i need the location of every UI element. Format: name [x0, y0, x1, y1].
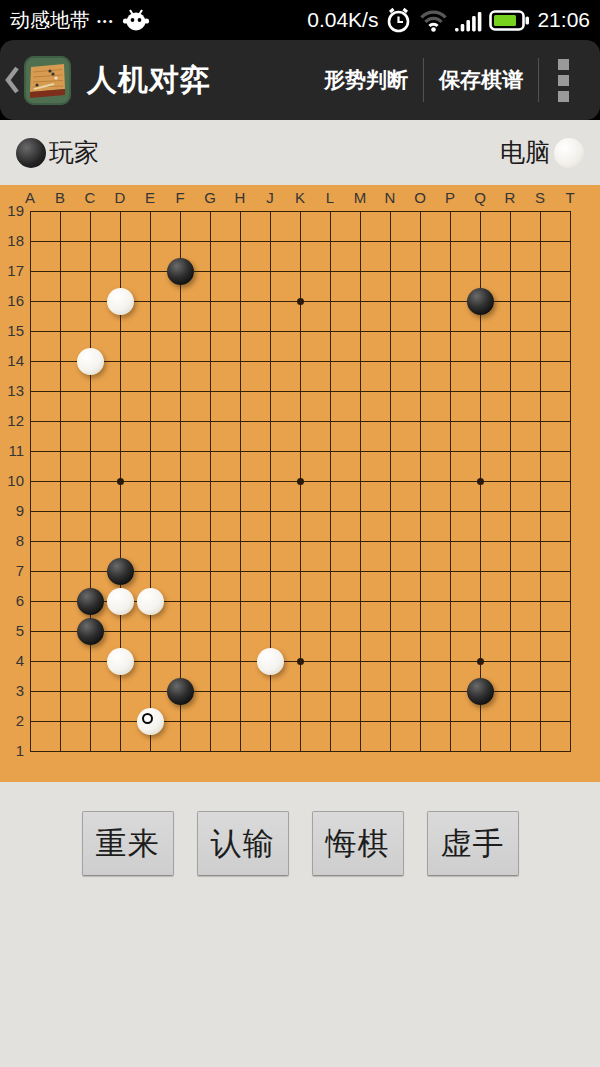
board-column-label: S: [530, 189, 550, 206]
white-stone-c14: [77, 348, 104, 375]
page-title: 人机对弈: [87, 60, 211, 101]
board-column-label: M: [350, 189, 370, 206]
board-row-label: 19: [0, 202, 24, 219]
grid-line-vertical: [510, 211, 511, 752]
control-buttons: 重来 认输 悔棋 虚手: [0, 811, 600, 876]
grid-line-vertical: [540, 211, 541, 752]
board-row-label: 8: [0, 532, 24, 549]
action-bar-backdrop: 人机对弈 形势判断 保存棋谱: [0, 40, 600, 120]
carrier-name: 动感地带: [10, 7, 90, 34]
board-column-label: H: [230, 189, 250, 206]
board-column-label: C: [80, 189, 100, 206]
pass-button[interactable]: 虚手: [427, 811, 519, 876]
back-button[interactable]: [4, 65, 20, 95]
grid-line-horizontal: [30, 721, 571, 722]
undo-button[interactable]: 悔棋: [312, 811, 404, 876]
white-stone-e6: [137, 588, 164, 615]
board-row-label: 15: [0, 322, 24, 339]
action-bar: 人机对弈 形势判断 保存棋谱: [0, 40, 600, 120]
white-stone-j4: [257, 648, 284, 675]
grid-line-horizontal: [30, 541, 571, 542]
black-stone-c5: [77, 618, 104, 645]
board-row-label: 6: [0, 592, 24, 609]
white-stone-d16: [107, 288, 134, 315]
board-column-label: L: [320, 189, 340, 206]
grid-line-horizontal: [30, 751, 571, 752]
board-column-label: G: [200, 189, 220, 206]
board-column-label: B: [50, 189, 70, 206]
board-row-label: 18: [0, 232, 24, 249]
android-robot-icon: [122, 8, 150, 32]
black-stone-c6: [77, 588, 104, 615]
menu-item-save-kifu[interactable]: 保存棋谱: [424, 66, 538, 94]
board-column-label: Q: [470, 189, 490, 206]
black-stone-d7: [107, 558, 134, 585]
black-stone-q3: [467, 678, 494, 705]
board-column-label: E: [140, 189, 160, 206]
star-point-q4: [477, 658, 484, 665]
go-board[interactable]: A19B18C17D16E15F14G13H12J11K10L9M8N7O6P5…: [0, 185, 600, 782]
grid-line-horizontal: [30, 511, 571, 512]
board-row-label: 17: [0, 262, 24, 279]
board-row-label: 3: [0, 682, 24, 699]
board-column-label: P: [440, 189, 460, 206]
board-column-label: J: [260, 189, 280, 206]
grid-line-vertical: [450, 211, 451, 752]
star-point-k4: [297, 658, 304, 665]
star-point-q10: [477, 478, 484, 485]
board-column-label: T: [560, 189, 580, 206]
board-row-label: 14: [0, 352, 24, 369]
star-point-k16: [297, 298, 304, 305]
board-column-label: O: [410, 189, 430, 206]
grid-line-vertical: [330, 211, 331, 752]
black-player-label: 玩家: [49, 136, 99, 169]
menu-item-position-judgment[interactable]: 形势判断: [309, 66, 423, 94]
clock: 21:06: [537, 8, 590, 32]
restart-button[interactable]: 重来: [82, 811, 174, 876]
board-row-label: 9: [0, 502, 24, 519]
grid-line-vertical: [360, 211, 361, 752]
board-row-label: 13: [0, 382, 24, 399]
board-row-label: 4: [0, 652, 24, 669]
overflow-menu-icon[interactable]: [558, 59, 569, 102]
grid-line-horizontal: [30, 631, 571, 632]
white-stone-icon: [554, 138, 584, 168]
alarm-clock-icon: [385, 7, 412, 34]
black-stone-f17: [167, 258, 194, 285]
board-row-label: 16: [0, 292, 24, 309]
board-row-label: 2: [0, 712, 24, 729]
player-bar: 玩家 电脑: [0, 120, 600, 185]
wifi-icon: [419, 9, 448, 32]
board-row-label: 12: [0, 412, 24, 429]
board-column-label: F: [170, 189, 190, 206]
signal-bars-icon: [455, 9, 482, 32]
board-column-label: N: [380, 189, 400, 206]
grid-line-vertical: [420, 211, 421, 752]
white-stone-d4: [107, 648, 134, 675]
board-row-label: 5: [0, 622, 24, 639]
white-player-label: 电脑: [500, 136, 550, 169]
black-stone-icon: [16, 138, 46, 168]
black-stone-f3: [167, 678, 194, 705]
white-stone-d6: [107, 588, 134, 615]
carrier-dots: •••: [97, 15, 115, 27]
board-column-label: R: [500, 189, 520, 206]
grid-line-vertical: [390, 211, 391, 752]
board-row-label: 10: [0, 472, 24, 489]
black-stone-q16: [467, 288, 494, 315]
menu-divider: [538, 58, 539, 102]
grid-line-vertical: [570, 211, 571, 752]
last-move-marker: [142, 713, 153, 724]
board-column-label: D: [110, 189, 130, 206]
star-point-d10: [117, 478, 124, 485]
network-speed: 0.04K/s: [307, 8, 378, 32]
star-point-k10: [297, 478, 304, 485]
go-board-app-icon[interactable]: [24, 56, 71, 105]
white-stone-e2: [137, 708, 164, 735]
resign-button[interactable]: 认输: [197, 811, 289, 876]
status-bar: 动感地带 ••• 0.04K/s: [0, 0, 600, 40]
board-row-label: 11: [0, 442, 24, 459]
board-column-label: K: [290, 189, 310, 206]
board-row-label: 1: [0, 742, 24, 759]
board-row-label: 7: [0, 562, 24, 579]
battery-icon: [489, 9, 530, 32]
